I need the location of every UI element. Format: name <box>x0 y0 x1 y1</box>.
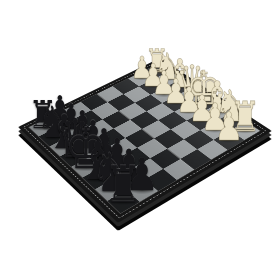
white-pawn: ♟ <box>214 108 243 147</box>
piece-contact-shadow <box>167 100 185 105</box>
white-knight: ♞ <box>215 85 248 129</box>
piece-contact-shadow <box>180 91 204 98</box>
piece-contact-shadow <box>218 137 239 143</box>
piece-contact-shadow <box>192 118 212 124</box>
piece-contact-shadow <box>117 175 141 182</box>
white-pawn: ♟ <box>141 61 165 92</box>
piece-contact-shadow <box>41 133 65 140</box>
chess-set-photo: ♜♞♝♛♚♝♞♜♟♟♟♟♟♟♟♟♟♟♟♟♟♟♟♟♜♞♝♛♚♝♞♜ <box>0 0 280 280</box>
piece-contact-shadow <box>32 124 53 130</box>
white-rook: ♜ <box>229 97 260 138</box>
black-rook: ♜ <box>105 160 143 210</box>
white-rook: ♜ <box>145 45 169 77</box>
black-knight: ♞ <box>91 146 131 199</box>
piece-contact-shadow <box>94 154 116 160</box>
black-rook: ♜ <box>28 96 57 134</box>
piece-contact-shadow <box>130 187 155 194</box>
black-pawn: ♟ <box>89 125 119 165</box>
piece-contact-shadow <box>206 109 230 116</box>
piece-contact-shadow <box>71 134 91 140</box>
piece-contact-shadow <box>169 83 190 89</box>
piece-contact-shadow <box>71 163 102 172</box>
white-pawn: ♟ <box>164 75 189 109</box>
white-queen: ♛ <box>176 59 209 102</box>
black-pawn: ♟ <box>57 99 84 135</box>
piece-contact-shadow <box>219 118 243 125</box>
black-pawn: ♟ <box>125 154 159 199</box>
piece-contact-shadow <box>51 116 70 121</box>
black-pawn: ♟ <box>101 134 132 175</box>
pieces-layer: ♜♞♝♛♚♝♞♜♟♟♟♟♟♟♟♟♟♟♟♟♟♟♟♟♜♞♝♛♚♝♞♜ <box>0 0 280 280</box>
piece-contact-shadow <box>155 92 173 97</box>
black-pawn: ♟ <box>47 91 73 125</box>
piece-contact-shadow <box>158 76 178 82</box>
black-knight: ♞ <box>37 101 70 144</box>
black-king: ♚ <box>65 121 107 177</box>
white-bishop: ♝ <box>165 55 194 94</box>
black-bishop: ♝ <box>78 135 117 187</box>
piece-contact-shadow <box>148 68 166 73</box>
piece-contact-shadow <box>105 165 128 172</box>
white-king: ♚ <box>187 65 222 112</box>
piece-contact-shadow <box>82 144 103 150</box>
piece-contact-shadow <box>179 109 198 115</box>
black-queen: ♛ <box>55 114 94 166</box>
white-pawn: ♟ <box>188 91 215 127</box>
piece-contact-shadow <box>96 185 125 193</box>
black-pawn: ♟ <box>68 107 96 144</box>
piece-contact-shadow <box>144 84 161 89</box>
piece-contact-shadow <box>192 99 218 106</box>
piece-contact-shadow <box>133 76 150 81</box>
white-pawn: ♟ <box>130 54 153 84</box>
white-bishop: ♝ <box>201 76 234 119</box>
piece-contact-shadow <box>110 197 138 205</box>
white-pawn: ♟ <box>176 83 202 118</box>
piece-contact-shadow <box>205 127 226 133</box>
white-knight: ♞ <box>154 49 181 85</box>
black-bishop: ♝ <box>46 108 81 155</box>
piece-contact-shadow <box>234 127 257 134</box>
black-pawn: ♟ <box>113 144 145 187</box>
piece-contact-shadow <box>51 143 77 150</box>
white-pawn: ♟ <box>152 68 176 100</box>
piece-contact-shadow <box>60 153 89 161</box>
piece-contact-shadow <box>84 174 113 182</box>
piece-contact-shadow <box>61 125 81 131</box>
white-pawn: ♟ <box>201 99 229 137</box>
black-pawn: ♟ <box>78 116 107 154</box>
